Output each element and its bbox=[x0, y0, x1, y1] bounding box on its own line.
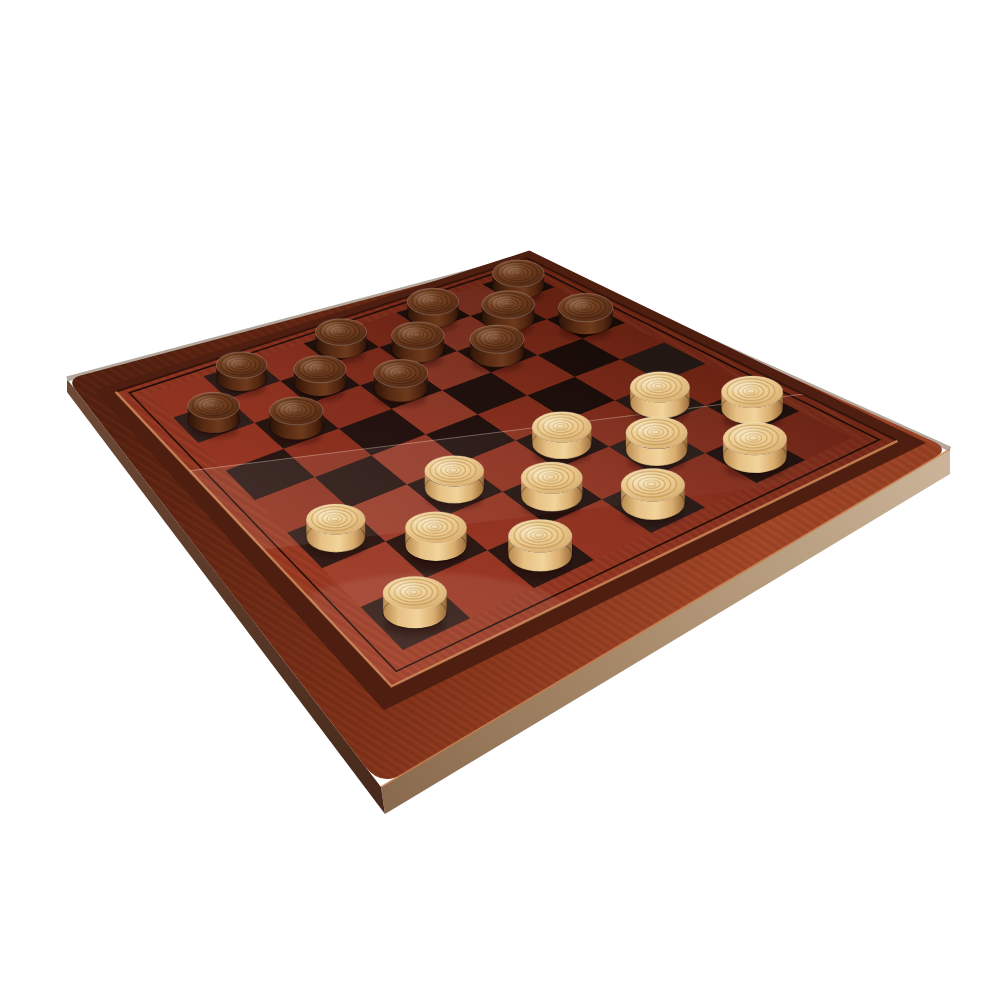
product-photo-stage bbox=[0, 0, 1000, 1000]
piece-specular-highlight bbox=[730, 381, 756, 394]
piece-specular-highlight bbox=[530, 467, 556, 480]
piece-specular-highlight bbox=[301, 360, 323, 371]
piece-specular-highlight bbox=[392, 581, 419, 594]
piece-light-r7c3[interactable] bbox=[625, 417, 688, 472]
piece-specular-highlight bbox=[414, 516, 440, 529]
piece-specular-highlight bbox=[381, 364, 404, 375]
piece-dark-r2c8[interactable] bbox=[187, 392, 240, 438]
piece-light-r6c6[interactable] bbox=[424, 456, 484, 509]
piece-dark-r2c6[interactable] bbox=[293, 356, 346, 402]
piece-specular-highlight bbox=[477, 329, 500, 340]
piece-specular-highlight bbox=[639, 376, 664, 388]
piece-light-r8c4[interactable] bbox=[620, 468, 685, 525]
piece-light-r6c2[interactable] bbox=[630, 372, 691, 424]
piece-specular-highlight bbox=[315, 509, 340, 521]
piece-dark-r3c3[interactable] bbox=[469, 325, 524, 372]
checkers-board-photo bbox=[0, 0, 1000, 1000]
piece-specular-highlight bbox=[399, 326, 421, 337]
piece-specular-highlight bbox=[223, 356, 244, 367]
piece-specular-highlight bbox=[540, 416, 565, 428]
piece-specular-highlight bbox=[323, 323, 344, 334]
piece-specular-highlight bbox=[566, 298, 589, 309]
piece-specular-highlight bbox=[635, 422, 661, 435]
piece-specular-highlight bbox=[500, 264, 522, 275]
piece-specular-highlight bbox=[277, 401, 299, 412]
piece-light-r6c8[interactable] bbox=[306, 504, 366, 558]
piece-specular-highlight bbox=[195, 396, 217, 407]
piece-light-r8c6[interactable] bbox=[508, 520, 573, 578]
piece-dark-r1c7[interactable] bbox=[216, 352, 268, 397]
piece-dark-r3c5[interactable] bbox=[373, 359, 428, 406]
piece-specular-highlight bbox=[517, 524, 544, 537]
piece-light-r8c2[interactable] bbox=[722, 422, 787, 479]
piece-specular-highlight bbox=[433, 460, 458, 472]
piece-dark-r3c1[interactable] bbox=[558, 293, 613, 340]
piece-light-r8c8[interactable] bbox=[382, 576, 447, 635]
piece-light-r7c7[interactable] bbox=[405, 512, 467, 568]
piece-dark-r3c7[interactable] bbox=[269, 397, 324, 445]
piece-specular-highlight bbox=[732, 427, 759, 440]
piece-light-r7c5[interactable] bbox=[520, 462, 583, 517]
piece-light-r6c4[interactable] bbox=[532, 412, 592, 465]
piece-specular-highlight bbox=[630, 473, 657, 486]
piece-specular-highlight bbox=[489, 295, 511, 306]
piece-specular-highlight bbox=[415, 292, 437, 303]
